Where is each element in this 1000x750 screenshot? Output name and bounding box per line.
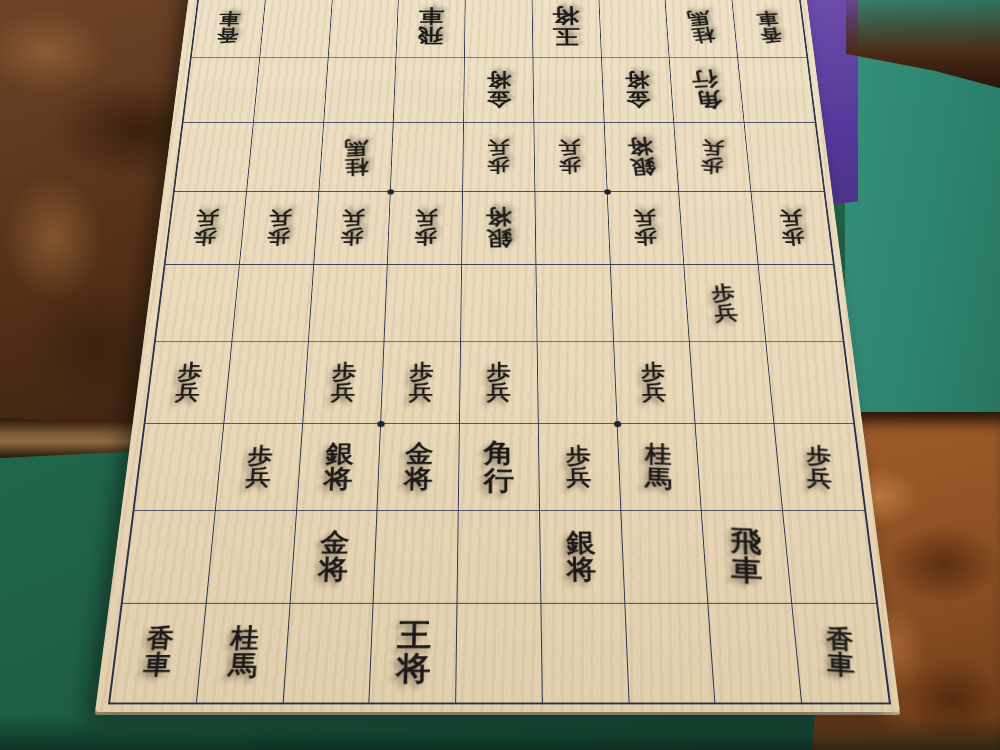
piece-kanji: 歩 bbox=[710, 283, 736, 304]
board-cell: 香車 bbox=[110, 604, 206, 703]
piece-kanji: 歩 bbox=[332, 361, 357, 382]
shogi-piece-gote-pawn[interactable]: 歩兵 bbox=[180, 200, 231, 256]
board-cell: 金将 bbox=[290, 511, 378, 604]
shogi-piece-sente-pawn[interactable]: 歩兵 bbox=[475, 351, 523, 414]
piece-kanji: 歩 bbox=[340, 228, 364, 247]
board-cell: 桂馬 bbox=[665, 0, 738, 58]
piece-kanji: 馬 bbox=[227, 652, 258, 679]
shogi-piece-sente-pawn[interactable]: 歩兵 bbox=[697, 272, 752, 334]
board-cell bbox=[254, 58, 329, 123]
piece-kanji: 玉 bbox=[552, 26, 580, 47]
piece-kanji: 兵 bbox=[778, 209, 803, 227]
board-cell bbox=[328, 0, 399, 58]
board-surface: 香車飛車玉将桂馬香車金将金将角行桂馬歩兵歩兵銀将歩兵歩兵歩兵歩兵歩兵銀将歩兵歩兵… bbox=[95, 0, 900, 712]
shogi-piece-sente-pawn[interactable]: 歩兵 bbox=[793, 432, 845, 502]
board-cell bbox=[465, 0, 533, 58]
board-cell: 桂馬 bbox=[617, 424, 702, 511]
shogi-piece-sente-gold[interactable]: 金将 bbox=[390, 430, 447, 504]
piece-kanji: 車 bbox=[218, 10, 242, 26]
board-cell: 歩兵 bbox=[539, 424, 621, 511]
piece-kanji: 金 bbox=[405, 441, 434, 466]
piece-kanji: 兵 bbox=[633, 209, 657, 227]
piece-kanji: 馬 bbox=[344, 137, 368, 157]
board-cell: 歩兵 bbox=[607, 192, 684, 265]
shogi-piece-gote-pawn[interactable]: 歩兵 bbox=[548, 130, 593, 183]
board-cell bbox=[134, 424, 224, 511]
board-cell bbox=[247, 123, 324, 192]
board-cell: 飛車 bbox=[702, 511, 792, 604]
shogi-piece-gote-king[interactable]: 玉将 bbox=[540, 0, 592, 54]
piece-kanji: 金 bbox=[625, 89, 651, 108]
board-shadow bbox=[0, 716, 1000, 750]
shogi-piece-gote-silver[interactable]: 銀将 bbox=[472, 196, 525, 260]
board-cell bbox=[690, 342, 774, 424]
piece-kanji: 兵 bbox=[806, 466, 832, 490]
shogi-piece-gote-pawn[interactable]: 歩兵 bbox=[766, 200, 818, 256]
piece-kanji: 将 bbox=[396, 652, 431, 685]
piece-kanji: 馬 bbox=[645, 466, 672, 491]
piece-kanji: 兵 bbox=[488, 139, 510, 156]
board-cell: 香車 bbox=[192, 0, 266, 58]
shogi-piece-sente-silver[interactable]: 銀将 bbox=[309, 430, 368, 504]
piece-kanji: 歩 bbox=[488, 157, 510, 175]
board-cell bbox=[759, 265, 843, 342]
piece-kanji: 兵 bbox=[331, 382, 356, 403]
piece-kanji: 兵 bbox=[174, 382, 201, 403]
shogi-piece-gote-lance[interactable]: 香車 bbox=[744, 0, 795, 52]
shogi-piece-sente-knight[interactable]: 桂馬 bbox=[632, 430, 685, 505]
shogi-piece-sente-king[interactable]: 王将 bbox=[380, 609, 446, 698]
board-cell bbox=[232, 265, 314, 342]
piece-kanji: 兵 bbox=[341, 209, 365, 227]
shogi-piece-sente-lance[interactable]: 香車 bbox=[128, 612, 188, 693]
shogi-piece-sente-pawn[interactable]: 歩兵 bbox=[232, 433, 287, 500]
piece-kanji: 兵 bbox=[566, 466, 592, 488]
board-cell: 歩兵 bbox=[381, 342, 461, 424]
piece-kanji: 行 bbox=[689, 69, 719, 91]
board-cell bbox=[391, 123, 464, 192]
board-cell bbox=[374, 511, 459, 604]
piece-kanji: 歩 bbox=[559, 157, 582, 175]
piece-kanji: 兵 bbox=[558, 139, 581, 156]
piece-kanji: 車 bbox=[730, 556, 762, 587]
shogi-piece-sente-bishop[interactable]: 角行 bbox=[469, 429, 528, 505]
board-cell bbox=[541, 604, 629, 703]
piece-kanji: 歩 bbox=[266, 228, 290, 247]
board-cell bbox=[535, 192, 610, 265]
board-cell bbox=[260, 0, 333, 58]
board-cell bbox=[183, 58, 260, 123]
shogi-piece-gote-pawn[interactable]: 歩兵 bbox=[621, 200, 669, 256]
board-cell: 歩兵 bbox=[314, 192, 391, 265]
board-cell bbox=[283, 604, 374, 703]
board-cell: 歩兵 bbox=[752, 192, 833, 265]
piece-kanji: 兵 bbox=[487, 382, 511, 403]
board-cell: 歩兵 bbox=[240, 192, 319, 265]
board-cell: 金将 bbox=[602, 58, 675, 123]
piece-kanji: 角 bbox=[693, 89, 723, 111]
shogi-piece-sente-pawn[interactable]: 歩兵 bbox=[554, 433, 605, 500]
piece-kanji: 行 bbox=[484, 467, 515, 494]
piece-kanji: 銀 bbox=[486, 227, 513, 249]
piece-kanji: 車 bbox=[826, 651, 855, 679]
piece-kanji: 歩 bbox=[414, 228, 437, 247]
shogi-piece-sente-silver[interactable]: 銀将 bbox=[552, 517, 611, 596]
board-cell bbox=[458, 511, 542, 604]
board-cell: 歩兵 bbox=[614, 342, 696, 424]
piece-kanji: 歩 bbox=[634, 228, 658, 247]
board-cell bbox=[456, 604, 542, 703]
board-cell: 玉将 bbox=[532, 0, 601, 58]
shogi-piece-gote-gold[interactable]: 金将 bbox=[474, 62, 522, 118]
piece-kanji: 王 bbox=[397, 620, 432, 652]
board-cell: 歩兵 bbox=[460, 342, 539, 424]
shogi-piece-sente-rook[interactable]: 飛車 bbox=[715, 515, 778, 598]
piece-kanji: 歩 bbox=[487, 361, 511, 382]
board-cell bbox=[625, 604, 716, 703]
piece-kanji: 兵 bbox=[701, 138, 724, 157]
piece-kanji: 金 bbox=[319, 529, 350, 556]
board-cell bbox=[783, 511, 876, 604]
piece-kanji: 歩 bbox=[193, 228, 218, 247]
piece-kanji: 銀 bbox=[566, 529, 596, 556]
board-cell bbox=[696, 424, 783, 511]
board-cell bbox=[324, 58, 397, 123]
board-cell: 桂馬 bbox=[319, 123, 394, 192]
board-cell bbox=[766, 342, 853, 424]
board-cell bbox=[385, 265, 462, 342]
shogi-piece-gote-rook[interactable]: 飛車 bbox=[406, 0, 457, 53]
piece-kanji: 馬 bbox=[686, 8, 712, 27]
hoshi-dot bbox=[614, 421, 622, 427]
shogi-piece-gote-pawn[interactable]: 歩兵 bbox=[402, 200, 448, 256]
board-cell: 桂馬 bbox=[197, 604, 290, 703]
board-cell: 歩兵 bbox=[775, 424, 865, 511]
piece-kanji: 香 bbox=[216, 26, 240, 43]
piece-kanji: 銀 bbox=[628, 156, 656, 178]
piece-kanji: 歩 bbox=[641, 361, 666, 382]
piece-kanji: 桂 bbox=[345, 156, 369, 176]
board-cell bbox=[123, 511, 216, 604]
piece-kanji: 金 bbox=[486, 89, 511, 108]
board-cell: 歩兵 bbox=[165, 192, 246, 265]
piece-kanji: 兵 bbox=[409, 382, 434, 403]
shogi-piece-gote-pawn[interactable]: 歩兵 bbox=[477, 130, 521, 183]
shogi-piece-gote-pawn[interactable]: 歩兵 bbox=[328, 200, 376, 256]
piece-kanji: 兵 bbox=[713, 302, 739, 323]
piece-kanji: 将 bbox=[404, 466, 433, 492]
piece-kanji: 兵 bbox=[195, 209, 220, 227]
piece-kanji: 将 bbox=[485, 206, 512, 228]
board-cell bbox=[536, 265, 613, 342]
shogi-piece-gote-pawn[interactable]: 歩兵 bbox=[254, 200, 304, 256]
board-cell bbox=[394, 58, 465, 123]
board-cell bbox=[679, 192, 758, 265]
piece-kanji: 歩 bbox=[177, 361, 203, 382]
board-cell: 歩兵 bbox=[145, 342, 232, 424]
board-cell: 歩兵 bbox=[685, 265, 767, 342]
piece-kanji: 兵 bbox=[414, 209, 437, 227]
board-cell: 飛車 bbox=[397, 0, 466, 58]
piece-kanji: 車 bbox=[418, 7, 444, 26]
hoshi-dot bbox=[604, 189, 611, 194]
board-cell: 角行 bbox=[670, 58, 745, 123]
board-cell bbox=[224, 342, 308, 424]
board-cell: 銀将 bbox=[297, 424, 382, 511]
board-cell bbox=[156, 265, 240, 342]
board-cell: 王将 bbox=[370, 604, 458, 703]
piece-kanji: 車 bbox=[142, 652, 173, 678]
piece-kanji: 兵 bbox=[245, 466, 272, 488]
piece-kanji: 歩 bbox=[247, 444, 274, 466]
board-cell: 香車 bbox=[732, 0, 806, 58]
piece-kanji: 歩 bbox=[780, 228, 805, 247]
board-cell bbox=[745, 123, 824, 192]
shogi-piece-sente-pawn[interactable]: 歩兵 bbox=[396, 351, 445, 414]
piece-kanji: 桂 bbox=[229, 626, 260, 653]
scene-shogi-photo: 香車飛車玉将桂馬香車金将金将角行桂馬歩兵歩兵銀将歩兵歩兵歩兵歩兵歩兵銀将歩兵歩兵… bbox=[0, 0, 1000, 750]
board-cell bbox=[621, 511, 709, 604]
piece-kanji: 歩 bbox=[566, 444, 591, 466]
shogi-piece-gote-gold[interactable]: 金将 bbox=[612, 62, 663, 118]
board-cell: 香車 bbox=[792, 604, 888, 703]
board-cell bbox=[537, 342, 617, 424]
board-grid: 香車飛車玉将桂馬香車金将金将角行桂馬歩兵歩兵銀将歩兵歩兵歩兵歩兵歩兵銀将歩兵歩兵… bbox=[108, 0, 891, 704]
shogi-piece-sente-knight[interactable]: 桂馬 bbox=[212, 611, 275, 694]
board-cell: 歩兵 bbox=[463, 123, 535, 192]
shogi-piece-sente-gold[interactable]: 金将 bbox=[303, 517, 364, 596]
board-cell bbox=[308, 265, 388, 342]
piece-kanji: 兵 bbox=[642, 382, 667, 403]
shogi-piece-sente-pawn[interactable]: 歩兵 bbox=[318, 351, 369, 414]
piece-kanji: 将 bbox=[624, 71, 650, 90]
board-cell: 歩兵 bbox=[303, 342, 385, 424]
piece-kanji: 将 bbox=[567, 556, 597, 583]
board-cell bbox=[709, 604, 803, 703]
board-cell: 銀将 bbox=[604, 123, 679, 192]
shogi-piece-gote-lance[interactable]: 香車 bbox=[206, 1, 252, 51]
piece-kanji: 将 bbox=[552, 6, 580, 26]
board-cell bbox=[610, 265, 690, 342]
board-cell: 歩兵 bbox=[675, 123, 752, 192]
shogi-piece-gote-knight[interactable]: 桂馬 bbox=[673, 0, 729, 54]
piece-kanji: 歩 bbox=[700, 156, 723, 175]
board-cell: 角行 bbox=[459, 424, 540, 511]
shogi-piece-sente-pawn[interactable]: 歩兵 bbox=[629, 351, 680, 414]
piece-kanji: 将 bbox=[486, 71, 511, 90]
board-cell bbox=[599, 0, 670, 58]
piece-kanji: 角 bbox=[484, 440, 514, 467]
shogi-board: 香車飛車玉将桂馬香車金将金将角行桂馬歩兵歩兵銀将歩兵歩兵歩兵歩兵歩兵銀将歩兵歩兵… bbox=[95, 0, 900, 712]
piece-kanji: 兵 bbox=[268, 209, 292, 227]
piece-kanji: 歩 bbox=[409, 361, 434, 382]
piece-kanji: 将 bbox=[625, 136, 653, 157]
board-cell: 歩兵 bbox=[534, 123, 607, 192]
board-cell: 銀将 bbox=[462, 192, 536, 265]
board-cell bbox=[175, 123, 254, 192]
shogi-piece-sente-pawn[interactable]: 歩兵 bbox=[161, 351, 216, 414]
shogi-piece-gote-knight[interactable]: 桂馬 bbox=[333, 127, 380, 186]
piece-kanji: 香 bbox=[145, 626, 175, 652]
shogi-piece-gote-pawn[interactable]: 歩兵 bbox=[689, 129, 735, 186]
shogi-piece-sente-lance[interactable]: 香車 bbox=[813, 611, 867, 695]
board-cell: 銀将 bbox=[540, 511, 625, 604]
piece-kanji: 銀 bbox=[325, 441, 355, 466]
board-cell bbox=[533, 58, 604, 123]
piece-kanji: 飛 bbox=[418, 26, 444, 45]
piece-kanji: 将 bbox=[323, 466, 353, 492]
board-cell: 金将 bbox=[378, 424, 460, 511]
shogi-piece-gote-bishop[interactable]: 角行 bbox=[676, 60, 738, 120]
board-cell bbox=[206, 511, 296, 604]
piece-kanji: 車 bbox=[755, 9, 780, 26]
board-cell bbox=[738, 58, 815, 123]
board-cell bbox=[461, 265, 537, 342]
board-cell: 歩兵 bbox=[215, 424, 302, 511]
board-cell: 歩兵 bbox=[388, 192, 463, 265]
shogi-piece-gote-silver[interactable]: 銀将 bbox=[613, 126, 671, 187]
board-cell: 金将 bbox=[464, 58, 534, 123]
piece-kanji: 将 bbox=[318, 556, 349, 583]
